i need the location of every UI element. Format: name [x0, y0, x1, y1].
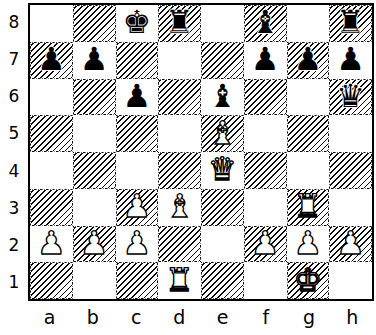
- rank-label-5: 5: [0, 115, 28, 152]
- square-d3[interactable]: ♝: [158, 189, 201, 226]
- square-e3[interactable]: [201, 189, 244, 226]
- square-a4[interactable]: [30, 152, 73, 189]
- square-c2[interactable]: ♟: [116, 226, 159, 263]
- file-labels: abcdefgh: [28, 302, 374, 332]
- file-label-h: h: [331, 302, 374, 332]
- square-d5[interactable]: [158, 115, 201, 152]
- piece-white-pawn: ♟: [336, 227, 365, 259]
- square-c3[interactable]: ♟: [116, 189, 159, 226]
- square-a8[interactable]: [30, 5, 73, 42]
- square-f2[interactable]: ♟: [244, 226, 287, 263]
- square-d7[interactable]: [158, 42, 201, 79]
- piece-black-pawn: ♟: [294, 43, 323, 75]
- square-f6[interactable]: [244, 79, 287, 116]
- file-label-b: b: [71, 302, 114, 332]
- square-d1[interactable]: ♜: [158, 262, 201, 299]
- square-e1[interactable]: [201, 262, 244, 299]
- piece-black-pawn: ♟: [336, 43, 365, 75]
- piece-black-queen: ♛: [336, 80, 365, 112]
- square-a7[interactable]: ♟: [30, 42, 73, 79]
- square-h8[interactable]: ♜: [329, 5, 372, 42]
- piece-white-rook: ♜: [165, 264, 194, 296]
- square-e6[interactable]: ♝: [201, 79, 244, 116]
- square-b8[interactable]: [73, 5, 116, 42]
- square-b2[interactable]: ♟: [73, 226, 116, 263]
- square-e8[interactable]: [201, 5, 244, 42]
- piece-white-pawn: ♟: [123, 190, 152, 222]
- square-f1[interactable]: [244, 262, 287, 299]
- square-f4[interactable]: [244, 152, 287, 189]
- square-h4[interactable]: [329, 152, 372, 189]
- rank-label-6: 6: [0, 78, 28, 115]
- piece-white-rook: ♜: [294, 190, 323, 222]
- square-h5[interactable]: [329, 115, 372, 152]
- square-g4[interactable]: [287, 152, 330, 189]
- square-h1[interactable]: [329, 262, 372, 299]
- square-f3[interactable]: [244, 189, 287, 226]
- square-c5[interactable]: [116, 115, 159, 152]
- square-a6[interactable]: [30, 79, 73, 116]
- piece-white-king: ♚: [294, 264, 323, 296]
- piece-black-bishop: ♝: [208, 80, 237, 112]
- square-c1[interactable]: [116, 262, 159, 299]
- piece-black-king: ♚: [123, 6, 152, 38]
- square-b4[interactable]: [73, 152, 116, 189]
- file-label-e: e: [201, 302, 244, 332]
- square-h6[interactable]: ♛: [329, 79, 372, 116]
- square-g1[interactable]: ♚: [287, 262, 330, 299]
- piece-black-pawn: ♟: [123, 80, 152, 112]
- piece-white-pawn: ♟: [123, 227, 152, 259]
- file-label-d: d: [158, 302, 201, 332]
- square-d4[interactable]: [158, 152, 201, 189]
- rank-label-7: 7: [0, 40, 28, 77]
- square-g7[interactable]: ♟: [287, 42, 330, 79]
- chess-board: ♚♜♝♜♟♟♟♟♟♟♝♛♝♛♟♝♜♟♟♟♟♟♟♜♚: [28, 3, 374, 301]
- square-a3[interactable]: [30, 189, 73, 226]
- square-h7[interactable]: ♟: [329, 42, 372, 79]
- square-a5[interactable]: [30, 115, 73, 152]
- square-e7[interactable]: [201, 42, 244, 79]
- square-b7[interactable]: ♟: [73, 42, 116, 79]
- rank-labels: 87654321: [0, 3, 28, 301]
- square-g8[interactable]: [287, 5, 330, 42]
- piece-white-queen: ♛: [208, 153, 237, 185]
- square-b5[interactable]: [73, 115, 116, 152]
- square-f8[interactable]: ♝: [244, 5, 287, 42]
- square-e2[interactable]: [201, 226, 244, 263]
- square-e4[interactable]: ♛: [201, 152, 244, 189]
- file-label-g: g: [288, 302, 331, 332]
- rank-label-4: 4: [0, 152, 28, 189]
- square-a2[interactable]: ♟: [30, 226, 73, 263]
- square-h2[interactable]: ♟: [329, 226, 372, 263]
- square-g5[interactable]: [287, 115, 330, 152]
- square-g6[interactable]: [287, 79, 330, 116]
- square-h3[interactable]: [329, 189, 372, 226]
- file-label-a: a: [28, 302, 71, 332]
- square-d8[interactable]: ♜: [158, 5, 201, 42]
- square-c7[interactable]: [116, 42, 159, 79]
- square-b3[interactable]: [73, 189, 116, 226]
- square-c6[interactable]: ♟: [116, 79, 159, 116]
- square-f7[interactable]: ♟: [244, 42, 287, 79]
- piece-white-pawn: ♟: [294, 227, 323, 259]
- rank-label-3: 3: [0, 189, 28, 226]
- square-c4[interactable]: [116, 152, 159, 189]
- piece-white-pawn: ♟: [37, 227, 66, 259]
- square-d6[interactable]: [158, 79, 201, 116]
- piece-white-pawn: ♟: [251, 227, 280, 259]
- square-a1[interactable]: [30, 262, 73, 299]
- piece-black-pawn: ♟: [80, 43, 109, 75]
- square-f5[interactable]: [244, 115, 287, 152]
- piece-black-pawn: ♟: [251, 43, 280, 75]
- piece-white-bishop: ♝: [165, 190, 194, 222]
- square-d2[interactable]: [158, 226, 201, 263]
- file-label-f: f: [244, 302, 287, 332]
- piece-white-bishop: ♝: [208, 117, 237, 149]
- piece-white-pawn: ♟: [80, 227, 109, 259]
- chess-diagram: 87654321 ♚♜♝♜♟♟♟♟♟♟♝♛♝♛♟♝♜♟♟♟♟♟♟♜♚ abcde…: [0, 0, 376, 335]
- rank-label-8: 8: [0, 3, 28, 40]
- piece-black-rook: ♜: [336, 6, 365, 38]
- piece-black-pawn: ♟: [37, 43, 66, 75]
- square-b6[interactable]: [73, 79, 116, 116]
- square-g2[interactable]: ♟: [287, 226, 330, 263]
- piece-black-bishop: ♝: [251, 6, 280, 38]
- rank-label-2: 2: [0, 227, 28, 264]
- file-label-c: c: [115, 302, 158, 332]
- rank-label-1: 1: [0, 264, 28, 301]
- piece-black-rook: ♜: [165, 6, 194, 38]
- square-b1[interactable]: [73, 262, 116, 299]
- square-e5[interactable]: ♝: [201, 115, 244, 152]
- square-c8[interactable]: ♚: [116, 5, 159, 42]
- square-g3[interactable]: ♜: [287, 189, 330, 226]
